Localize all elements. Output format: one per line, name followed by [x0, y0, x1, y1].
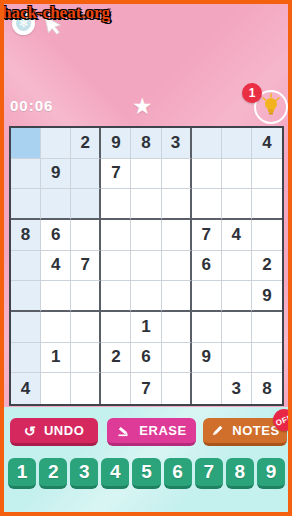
sudoku-app: ✻ 00:06 ★ 1 2983497867447629112694738 ↺ …: [0, 0, 292, 516]
cell-r4c8[interactable]: 4: [222, 220, 252, 251]
cell-r8c4[interactable]: 2: [101, 343, 131, 374]
cell-r9c4[interactable]: [101, 373, 131, 404]
cell-r8c7[interactable]: 9: [192, 343, 222, 374]
cell-r2c1[interactable]: [11, 159, 41, 190]
cell-r1c6[interactable]: 3: [162, 128, 192, 159]
undo-button[interactable]: ↺ UNDO: [10, 418, 98, 446]
erase-label: ERASE: [139, 423, 186, 438]
cell-r2c3[interactable]: [71, 159, 101, 190]
cell-r9c9[interactable]: 8: [252, 373, 282, 404]
sudoku-board: 2983497867447629112694738: [9, 126, 284, 406]
numpad-button-6[interactable]: 6: [164, 458, 192, 489]
cell-r7c1[interactable]: [11, 312, 41, 343]
cell-r2c2[interactable]: 9: [41, 159, 71, 190]
eraser-pencil-icon: [116, 424, 131, 437]
cell-r3c3[interactable]: [71, 189, 101, 220]
cell-r2c4[interactable]: 7: [101, 159, 131, 190]
cell-r5c5[interactable]: [131, 251, 161, 282]
cell-r6c4[interactable]: [101, 281, 131, 312]
cell-r1c1[interactable]: [11, 128, 41, 159]
cell-r6c7[interactable]: [192, 281, 222, 312]
cell-r5c9[interactable]: 2: [252, 251, 282, 282]
cell-r9c7[interactable]: [192, 373, 222, 404]
cell-r3c1[interactable]: [11, 189, 41, 220]
cell-r8c1[interactable]: [11, 343, 41, 374]
cell-r2c8[interactable]: [222, 159, 252, 190]
cell-r5c8[interactable]: [222, 251, 252, 282]
lightbulb-icon: [260, 93, 282, 121]
numpad-button-9[interactable]: 9: [257, 458, 285, 489]
cell-r9c5[interactable]: 7: [131, 373, 161, 404]
cell-r4c2[interactable]: 6: [41, 220, 71, 251]
pencil-icon: [210, 424, 224, 438]
undo-icon: ↺: [24, 423, 36, 439]
cell-r4c7[interactable]: 7: [192, 220, 222, 251]
cell-r5c3[interactable]: 7: [71, 251, 101, 282]
cell-r1c2[interactable]: [41, 128, 71, 159]
undo-label: UNDO: [44, 423, 84, 438]
erase-button[interactable]: ERASE: [107, 418, 196, 446]
cell-r9c1[interactable]: 4: [11, 373, 41, 404]
cell-r3c2[interactable]: [41, 189, 71, 220]
cell-r7c4[interactable]: [101, 312, 131, 343]
cell-r8c3[interactable]: [71, 343, 101, 374]
cell-r5c4[interactable]: [101, 251, 131, 282]
cell-r6c8[interactable]: [222, 281, 252, 312]
cell-r5c1[interactable]: [11, 251, 41, 282]
cell-r1c4[interactable]: 9: [101, 128, 131, 159]
cell-r6c1[interactable]: [11, 281, 41, 312]
cell-r8c6[interactable]: [162, 343, 192, 374]
numpad-button-8[interactable]: 8: [226, 458, 254, 489]
cell-r7c7[interactable]: [192, 312, 222, 343]
cell-r4c6[interactable]: [162, 220, 192, 251]
cell-r1c7[interactable]: [192, 128, 222, 159]
cell-r2c7[interactable]: [192, 159, 222, 190]
cell-r1c5[interactable]: 8: [131, 128, 161, 159]
cell-r8c2[interactable]: 1: [41, 343, 71, 374]
cell-r7c5[interactable]: 1: [131, 312, 161, 343]
numpad-button-7[interactable]: 7: [195, 458, 223, 489]
cell-r3c9[interactable]: [252, 189, 282, 220]
cell-r4c4[interactable]: [101, 220, 131, 251]
notes-button[interactable]: NOTES OFF: [203, 418, 287, 446]
star-icon: ★: [132, 93, 153, 120]
watermark-text: hack-cheat.org: [2, 3, 110, 23]
cell-r1c9[interactable]: 4: [252, 128, 282, 159]
numpad-button-5[interactable]: 5: [132, 458, 160, 489]
cell-r2c9[interactable]: [252, 159, 282, 190]
numpad-button-4[interactable]: 4: [101, 458, 129, 489]
cell-r6c2[interactable]: [41, 281, 71, 312]
cell-r7c9[interactable]: [252, 312, 282, 343]
cell-r6c9[interactable]: 9: [252, 281, 282, 312]
cell-r7c8[interactable]: [222, 312, 252, 343]
cell-r5c2[interactable]: 4: [41, 251, 71, 282]
cell-r5c7[interactable]: 6: [192, 251, 222, 282]
cell-r6c5[interactable]: [131, 281, 161, 312]
cell-r7c6[interactable]: [162, 312, 192, 343]
cell-r9c6[interactable]: [162, 373, 192, 404]
cell-r3c7[interactable]: [192, 189, 222, 220]
game-timer: 00:06: [10, 97, 53, 114]
cell-r7c3[interactable]: [71, 312, 101, 343]
number-pad: 123456789: [8, 458, 285, 489]
cell-r3c6[interactable]: [162, 189, 192, 220]
cell-r1c3[interactable]: 2: [71, 128, 101, 159]
cell-r4c1[interactable]: 8: [11, 220, 41, 251]
cell-r8c9[interactable]: [252, 343, 282, 374]
cell-r9c3[interactable]: [71, 373, 101, 404]
cell-r6c3[interactable]: [71, 281, 101, 312]
numpad-button-1[interactable]: 1: [8, 458, 36, 489]
cell-r7c2[interactable]: [41, 312, 71, 343]
cell-r1c8[interactable]: [222, 128, 252, 159]
cell-r2c5[interactable]: [131, 159, 161, 190]
cell-r3c4[interactable]: [101, 189, 131, 220]
cell-r4c9[interactable]: [252, 220, 282, 251]
cell-r5c6[interactable]: [162, 251, 192, 282]
cell-r3c8[interactable]: [222, 189, 252, 220]
cell-r8c8[interactable]: [222, 343, 252, 374]
cell-r8c5[interactable]: 6: [131, 343, 161, 374]
cell-r2c6[interactable]: [162, 159, 192, 190]
cell-r3c5[interactable]: [131, 189, 161, 220]
hint-count-badge: 1: [242, 83, 262, 103]
cell-r4c5[interactable]: [131, 220, 161, 251]
numpad-button-3[interactable]: 3: [70, 458, 98, 489]
numpad-button-2[interactable]: 2: [39, 458, 67, 489]
cell-r9c8[interactable]: 3: [222, 373, 252, 404]
cell-r6c6[interactable]: [162, 281, 192, 312]
cell-r4c3[interactable]: [71, 220, 101, 251]
cell-r9c2[interactable]: [41, 373, 71, 404]
notes-label: NOTES: [232, 423, 279, 438]
